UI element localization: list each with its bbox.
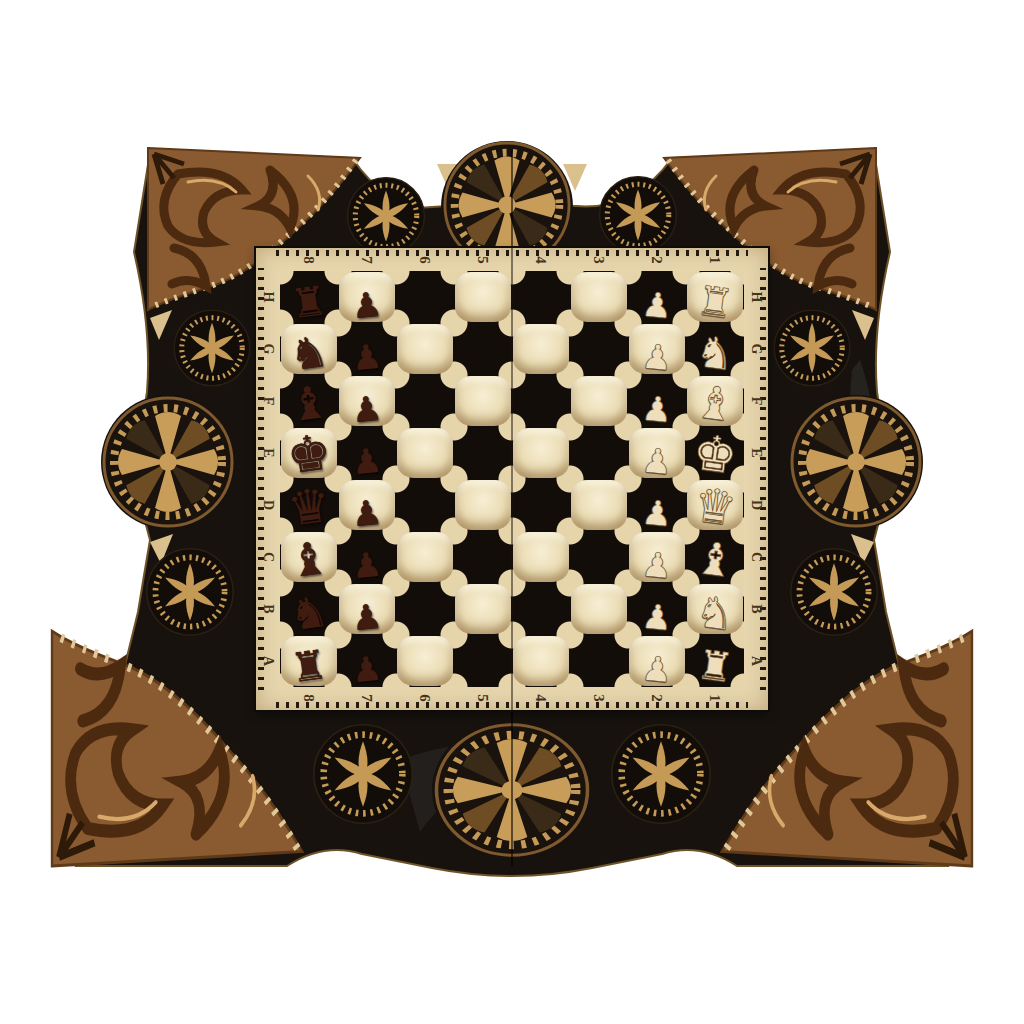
square-e6[interactable] [396, 427, 454, 479]
square-d4[interactable] [512, 479, 570, 531]
coord-bottom-6-2: 6 [415, 669, 435, 727]
square-b3[interactable] [570, 583, 628, 635]
square-d2[interactable]: ♟ [628, 479, 686, 531]
bottom-left-gold-rosette [314, 725, 412, 823]
piece-black-pawn-c7[interactable]: ♟ [337, 546, 398, 585]
square-d3[interactable] [570, 479, 628, 531]
piece-white-pawn-b2[interactable]: ♟ [627, 598, 688, 637]
coord-left-d-4: D [242, 495, 294, 515]
piece-white-pawn-g2[interactable]: ♟ [627, 338, 688, 377]
coord-right-c-5: C [730, 547, 782, 567]
coord-top-4-4: 4 [531, 231, 551, 289]
square-g6[interactable] [396, 323, 454, 375]
square-e7[interactable]: ♟ [338, 427, 396, 479]
coord-right-h-0: H [730, 287, 782, 307]
right-middle-gold-rosette [774, 310, 850, 386]
piece-black-pawn-g7[interactable]: ♟ [337, 338, 398, 377]
product-photo-carved-chess-case: 87654321 87654321 HGFEDCBA HGFEDCBA ♜♟♟♜… [0, 0, 1024, 1024]
coord-left-h-0: H [242, 287, 294, 307]
square-c3[interactable] [570, 531, 628, 583]
piece-white-pawn-d2[interactable]: ♟ [627, 494, 688, 533]
left-lower-gold-rosette [147, 549, 233, 635]
piece-white-pawn-c2[interactable]: ♟ [627, 546, 688, 585]
square-f3[interactable] [570, 375, 628, 427]
square-b6[interactable] [396, 583, 454, 635]
coord-left-g-1: G [242, 339, 294, 359]
coord-bottom-7-1: 7 [357, 669, 377, 727]
piece-black-pawn-e7[interactable]: ♟ [337, 442, 398, 481]
coord-bottom-5-3: 5 [473, 669, 493, 727]
square-c4[interactable] [512, 531, 570, 583]
square-g5[interactable] [454, 323, 512, 375]
square-c5[interactable] [454, 531, 512, 583]
square-f5[interactable] [454, 375, 512, 427]
coord-right-d-4: D [730, 495, 782, 515]
square-g4[interactable] [512, 323, 570, 375]
coord-bottom-3-5: 3 [589, 669, 609, 727]
coord-left-f-2: F [242, 391, 294, 411]
coord-top-6-2: 6 [415, 231, 435, 289]
coord-left-c-5: C [242, 547, 294, 567]
square-f4[interactable] [512, 375, 570, 427]
coord-top-8-0: 8 [299, 231, 319, 289]
coord-right-g-1: G [730, 339, 782, 359]
left-middle-gold-rosette [174, 310, 250, 386]
square-f7[interactable]: ♟ [338, 375, 396, 427]
square-e2[interactable]: ♟ [628, 427, 686, 479]
square-c6[interactable] [396, 531, 454, 583]
square-b5[interactable] [454, 583, 512, 635]
coordinates-right: HGFEDCBA [746, 271, 766, 687]
coord-top-1-7: 1 [705, 231, 725, 289]
coord-right-e-3: E [730, 443, 782, 463]
square-g3[interactable] [570, 323, 628, 375]
coord-bottom-1-7: 1 [705, 669, 725, 727]
board-fold-seam [511, 248, 513, 710]
bottom-right-gold-rosette [612, 725, 710, 823]
square-f2[interactable]: ♟ [628, 375, 686, 427]
square-b4[interactable] [512, 583, 570, 635]
coord-left-a-7: A [242, 651, 294, 671]
square-d5[interactable] [454, 479, 512, 531]
square-d6[interactable] [396, 479, 454, 531]
coord-top-7-1: 7 [357, 231, 377, 289]
piece-black-pawn-h7[interactable]: ♟ [337, 286, 398, 325]
piece-white-pawn-f2[interactable]: ♟ [627, 390, 688, 429]
coord-bottom-4-4: 4 [531, 669, 551, 727]
square-e3[interactable] [570, 427, 628, 479]
square-c7[interactable]: ♟ [338, 531, 396, 583]
coord-right-f-2: F [730, 391, 782, 411]
square-b7[interactable]: ♟ [338, 583, 396, 635]
piece-white-pawn-h2[interactable]: ♟ [627, 286, 688, 325]
square-e5[interactable] [454, 427, 512, 479]
coord-bottom-2-6: 2 [647, 669, 667, 727]
coord-right-a-7: A [730, 651, 782, 671]
square-d7[interactable]: ♟ [338, 479, 396, 531]
left-side-carved-wheel [104, 398, 232, 526]
right-side-carved-wheel [792, 398, 920, 526]
coord-top-3-5: 3 [589, 231, 609, 289]
piece-black-pawn-f7[interactable]: ♟ [337, 390, 398, 429]
square-b2[interactable]: ♟ [628, 583, 686, 635]
coord-bottom-8-0: 8 [299, 669, 319, 727]
coord-right-b-6: B [730, 599, 782, 619]
square-e4[interactable] [512, 427, 570, 479]
coord-top-2-6: 2 [647, 231, 667, 289]
square-c2[interactable]: ♟ [628, 531, 686, 583]
square-g2[interactable]: ♟ [628, 323, 686, 375]
right-lower-gold-rosette [791, 549, 877, 635]
chess-board: 87654321 87654321 HGFEDCBA HGFEDCBA ♜♟♟♜… [256, 248, 768, 710]
piece-white-pawn-e2[interactable]: ♟ [627, 442, 688, 481]
square-f6[interactable] [396, 375, 454, 427]
piece-black-pawn-d7[interactable]: ♟ [337, 494, 398, 533]
square-g7[interactable]: ♟ [338, 323, 396, 375]
coord-top-5-3: 5 [473, 231, 493, 289]
coordinates-left: HGFEDCBA [258, 271, 278, 687]
coord-left-b-6: B [242, 599, 294, 619]
coord-left-e-3: E [242, 443, 294, 463]
piece-black-pawn-b7[interactable]: ♟ [337, 598, 398, 637]
